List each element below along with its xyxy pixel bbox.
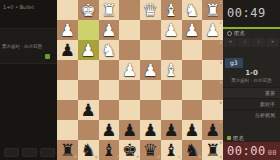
square-f6[interactable]	[99, 100, 120, 120]
rank-label: 7	[219, 121, 222, 125]
square-a7[interactable]: ♟7	[202, 120, 223, 140]
square-h4[interactable]	[57, 60, 78, 80]
rank-label: 4	[219, 61, 222, 65]
white-bishop: ♝	[161, 0, 182, 20]
square-a1[interactable]: ♜1	[202, 0, 223, 20]
square-b8[interactable]: ♞b	[182, 140, 203, 160]
square-d4[interactable]: ♟	[140, 60, 161, 80]
game-info-panel: 黑方超时 · 白方获胜	[0, 28, 57, 64]
square-a4[interactable]: 4	[202, 60, 223, 80]
white-pawn: ♟	[182, 20, 203, 40]
analyze-game-button[interactable]: 分析棋局	[223, 109, 280, 120]
square-e6[interactable]	[119, 100, 140, 120]
square-b3[interactable]	[182, 40, 203, 60]
prev-move-button[interactable]: ‹	[238, 38, 251, 47]
result-reason: 黑方超时 · 白方获胜	[223, 77, 280, 85]
status-flag-icon	[227, 136, 231, 140]
square-g1[interactable]: ♚	[78, 0, 99, 20]
black-pawn: ♟	[161, 120, 182, 140]
square-d1[interactable]: ♛	[140, 0, 161, 20]
square-b2[interactable]: ♟	[182, 20, 203, 40]
square-g4[interactable]	[78, 60, 99, 80]
sidebar-footer-buttons	[4, 148, 55, 157]
black-rook: ♜	[57, 140, 78, 160]
square-f5[interactable]	[99, 80, 120, 100]
square-g2[interactable]	[78, 20, 99, 40]
bottom-player-name: 匿名	[233, 135, 244, 142]
square-g3[interactable]: ♟	[78, 40, 99, 60]
white-king: ♚	[78, 0, 99, 20]
move-list: g3	[223, 48, 280, 69]
black-king: ♚	[119, 140, 140, 160]
file-label: d	[157, 155, 160, 159]
square-b6[interactable]	[182, 100, 203, 120]
game-panel: 00:49 匿名 « ‹ › » g3 1-0 黑方超时 · 白方获胜 重赛 新…	[223, 0, 280, 160]
square-h6[interactable]	[57, 100, 78, 120]
square-g7[interactable]	[78, 120, 99, 140]
square-f4[interactable]	[99, 60, 120, 80]
square-a3[interactable]: 3	[202, 40, 223, 60]
game-meta: 1+0 • Bullet	[3, 4, 34, 10]
file-label: a	[220, 155, 222, 159]
black-clock: 00:00 00	[223, 142, 280, 160]
new-opponent-button[interactable]: 新对手	[223, 98, 280, 109]
black-bishop: ♝	[161, 140, 182, 160]
white-pawn: ♟	[119, 60, 140, 80]
post-game-actions: 重赛 新对手 分析棋局	[223, 87, 280, 120]
square-c3[interactable]	[161, 40, 182, 60]
white-knight: ♞	[182, 0, 203, 20]
square-e5[interactable]	[119, 80, 140, 100]
current-move[interactable]: g3	[225, 58, 243, 68]
white-pawn: ♟	[202, 20, 223, 40]
rank-label: 5	[219, 81, 222, 85]
square-a8[interactable]: ♜8a	[202, 140, 223, 160]
last-move-button[interactable]: »	[266, 38, 279, 47]
square-c4[interactable]: ♝	[161, 60, 182, 80]
top-player-row[interactable]: 匿名	[223, 29, 280, 37]
square-f1[interactable]: ♜	[99, 0, 120, 20]
game-result: 1-0	[223, 69, 280, 77]
rematch-button[interactable]: 重赛	[223, 87, 280, 98]
square-h3[interactable]: ♟	[57, 40, 78, 60]
square-e2[interactable]	[119, 20, 140, 40]
square-h7[interactable]	[57, 120, 78, 140]
square-e8[interactable]: ♚e	[119, 140, 140, 160]
square-e1[interactable]	[119, 0, 140, 20]
black-bishop: ♝	[99, 140, 120, 160]
file-label: f	[117, 155, 118, 159]
square-d5[interactable]	[140, 80, 161, 100]
rank-label: 1	[219, 1, 222, 5]
square-c8[interactable]: ♝c	[161, 140, 182, 160]
square-c5[interactable]	[161, 80, 182, 100]
black-pawn: ♟	[119, 120, 140, 140]
black-clock-hundredths: 00	[268, 144, 277, 160]
left-sidebar: 1+0 • Bullet 黑方超时 · 白方获胜	[0, 0, 57, 160]
file-label: g	[95, 155, 98, 159]
square-h1[interactable]	[57, 0, 78, 20]
top-player-name: 匿名	[234, 30, 245, 37]
square-f3[interactable]: ♞	[99, 40, 120, 60]
file-label: b	[199, 155, 202, 159]
square-e4[interactable]: ♟	[119, 60, 140, 80]
square-e3[interactable]	[119, 40, 140, 60]
square-b5[interactable]	[182, 80, 203, 100]
square-e7[interactable]: ♟	[119, 120, 140, 140]
square-d3[interactable]	[140, 40, 161, 60]
white-pawn: ♟	[99, 20, 120, 40]
square-d2[interactable]	[140, 20, 161, 40]
square-h2[interactable]: ♟	[57, 20, 78, 40]
first-move-button[interactable]: «	[224, 38, 237, 47]
black-queen: ♛	[140, 140, 161, 160]
square-g5[interactable]	[78, 80, 99, 100]
white-rook: ♜	[202, 0, 223, 20]
square-b1[interactable]: ♞	[182, 0, 203, 20]
file-label: e	[137, 155, 139, 159]
white-queen: ♛	[140, 0, 161, 20]
square-f8[interactable]: ♝f	[99, 140, 120, 160]
rank-label: 3	[219, 41, 222, 45]
bottom-player-row[interactable]: 匿名	[223, 134, 280, 142]
square-c2[interactable]: ♟	[161, 20, 182, 40]
white-clock: 00:49	[223, 0, 280, 27]
black-pawn: ♟	[202, 120, 223, 140]
chess-board[interactable]: ♚♜♛♝♞♜1♟♟♟♟♟2♟♟♞3♟♟♝45♟6♟♟♟♟♟♟7♜h♞g♝f♚e♛…	[57, 0, 223, 160]
square-c6[interactable]	[161, 100, 182, 120]
square-d7[interactable]: ♟	[140, 120, 161, 140]
square-g8[interactable]: ♞g	[78, 140, 99, 160]
square-b7[interactable]: ♟	[182, 120, 203, 140]
square-f7[interactable]: ♟	[99, 120, 120, 140]
move-nav: « ‹ › »	[223, 37, 280, 48]
square-f2[interactable]: ♟	[99, 20, 120, 40]
rank-label: 2	[219, 21, 222, 25]
result-note: 黑方超时 · 白方获胜	[2, 44, 55, 49]
white-pawn: ♟	[78, 40, 99, 60]
square-a5[interactable]: 5	[202, 80, 223, 100]
square-d8[interactable]: ♛d	[140, 140, 161, 160]
online-status-icon	[227, 31, 232, 36]
black-pawn: ♟	[182, 120, 203, 140]
mini-button-3[interactable]	[40, 148, 55, 157]
black-pawn: ♟	[140, 120, 161, 140]
black-rook: ♜	[202, 140, 223, 160]
square-h5[interactable]	[57, 80, 78, 100]
square-c1[interactable]: ♝	[161, 0, 182, 20]
square-d6[interactable]	[140, 100, 161, 120]
white-pawn: ♟	[140, 60, 161, 80]
square-b4[interactable]	[182, 60, 203, 80]
black-pawn: ♟	[78, 100, 99, 120]
white-rook: ♜	[99, 0, 120, 20]
black-knight: ♞	[78, 140, 99, 160]
black-pawn: ♟	[57, 40, 78, 60]
square-a2[interactable]: ♟2	[202, 20, 223, 40]
mini-button-2[interactable]	[22, 148, 37, 157]
square-h8[interactable]: ♜h	[57, 140, 78, 160]
white-pawn: ♟	[161, 20, 182, 40]
green-status-icon	[45, 54, 50, 59]
square-a6[interactable]: 6	[202, 100, 223, 120]
rank-label: 8	[219, 141, 222, 145]
file-label: h	[74, 155, 77, 159]
rank-label: 6	[219, 101, 222, 105]
black-pawn: ♟	[99, 120, 120, 140]
square-c7[interactable]: ♟	[161, 120, 182, 140]
black-clock-main: 00:00	[227, 142, 266, 160]
white-knight: ♞	[99, 40, 120, 60]
mini-button-1[interactable]	[4, 148, 19, 157]
square-g6[interactable]: ♟	[78, 100, 99, 120]
file-label: c	[178, 155, 180, 159]
white-bishop: ♝	[161, 60, 182, 80]
next-move-button[interactable]: ›	[252, 38, 265, 47]
white-pawn: ♟	[57, 20, 78, 40]
black-knight: ♞	[182, 140, 203, 160]
